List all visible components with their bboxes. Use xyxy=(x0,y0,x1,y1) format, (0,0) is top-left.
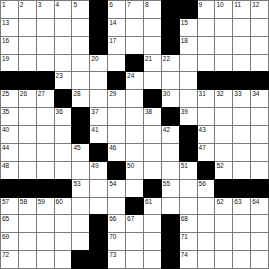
cell-r6c10[interactable]: 30 xyxy=(162,90,179,107)
clue-number-44: 44 xyxy=(2,144,9,151)
cell-r3c15[interactable] xyxy=(251,37,268,54)
cell-r1c1[interactable]: 1 xyxy=(1,1,18,18)
clue-number-55: 55 xyxy=(163,180,170,187)
cell-r1c9[interactable]: 8 xyxy=(144,1,161,18)
clue-number-10: 10 xyxy=(216,1,223,8)
black-square-r5c15 xyxy=(251,72,268,89)
cell-r11c12[interactable]: 56 xyxy=(198,180,215,197)
cell-r7c9[interactable]: 38 xyxy=(144,108,161,125)
clue-number-12: 12 xyxy=(252,1,259,8)
clue-number-28: 28 xyxy=(73,90,80,97)
cell-r13c3[interactable] xyxy=(37,215,54,232)
cell-r9c13[interactable] xyxy=(215,144,232,161)
cell-r3c13[interactable] xyxy=(215,37,232,54)
cell-r3c14[interactable] xyxy=(233,37,250,54)
cell-r7c2[interactable] xyxy=(19,108,36,125)
black-square-r11c9 xyxy=(144,180,161,197)
cell-r4c13[interactable] xyxy=(215,55,232,72)
cell-r4c12[interactable] xyxy=(198,55,215,72)
cell-r8c4[interactable] xyxy=(55,126,72,143)
black-square-r14c10 xyxy=(162,233,179,250)
cell-r14c4[interactable] xyxy=(55,233,72,250)
black-square-r12c8 xyxy=(126,198,143,215)
cell-r15c12[interactable] xyxy=(198,251,215,268)
clue-number-51: 51 xyxy=(181,162,188,169)
cell-r4c2[interactable] xyxy=(19,55,36,72)
clue-number-46: 46 xyxy=(109,144,116,151)
cell-r3c2[interactable] xyxy=(19,37,36,54)
clue-number-32: 32 xyxy=(216,90,223,97)
crossword-grid: 1234567891011121314151617181920212223242… xyxy=(0,0,269,269)
clue-number-26: 26 xyxy=(20,90,27,97)
cell-r9c4[interactable] xyxy=(55,144,72,161)
cell-r15c15[interactable] xyxy=(251,251,268,268)
clue-number-40: 40 xyxy=(2,126,9,133)
cell-r10c4[interactable] xyxy=(55,162,72,179)
cell-r3c3[interactable] xyxy=(37,37,54,54)
cell-r2c9[interactable] xyxy=(144,19,161,36)
clue-number-60: 60 xyxy=(56,198,63,205)
cell-r8c14[interactable] xyxy=(233,126,250,143)
clue-number-31: 31 xyxy=(199,90,206,97)
cell-r12c5[interactable] xyxy=(72,198,89,215)
clue-number-41: 41 xyxy=(91,126,98,133)
cell-r11c6[interactable] xyxy=(90,180,107,197)
cell-r3c4[interactable] xyxy=(55,37,72,54)
cell-r12c15[interactable]: 64 xyxy=(251,198,268,215)
black-square-r11c14 xyxy=(233,180,250,197)
cell-r13c5[interactable] xyxy=(72,215,89,232)
clue-number-21: 21 xyxy=(145,55,152,62)
cell-r3c1[interactable]: 16 xyxy=(1,37,18,54)
cell-r2c5[interactable] xyxy=(72,19,89,36)
cell-r9c7[interactable]: 46 xyxy=(108,144,125,161)
clue-number-61: 61 xyxy=(145,198,152,205)
cell-r13c14[interactable] xyxy=(233,215,250,232)
cell-r9c12[interactable]: 47 xyxy=(198,144,215,161)
cell-r7c15[interactable] xyxy=(251,108,268,125)
black-square-r7c10 xyxy=(162,108,179,125)
cell-r1c5[interactable]: 5 xyxy=(72,1,89,18)
cell-r8c1[interactable]: 40 xyxy=(1,126,18,143)
clue-number-68: 68 xyxy=(181,215,188,222)
cell-r10c9[interactable] xyxy=(144,162,161,179)
cell-r14c13[interactable] xyxy=(215,233,232,250)
cell-r15c7[interactable]: 73 xyxy=(108,251,125,268)
black-square-r15c5 xyxy=(72,251,89,268)
cell-r14c8[interactable] xyxy=(126,233,143,250)
cell-r1c2[interactable]: 2 xyxy=(19,1,36,18)
clue-number-43: 43 xyxy=(199,126,206,133)
cell-r11c11[interactable] xyxy=(180,180,197,197)
cell-r2c11[interactable]: 15 xyxy=(180,19,197,36)
cell-r5c6[interactable] xyxy=(90,72,107,89)
clue-number-57: 57 xyxy=(2,198,9,205)
cell-r3c7[interactable]: 17 xyxy=(108,37,125,54)
cell-r4c4[interactable] xyxy=(55,55,72,72)
cell-r14c12[interactable] xyxy=(198,233,215,250)
cell-r1c8[interactable]: 7 xyxy=(126,1,143,18)
cell-r1c14[interactable]: 11 xyxy=(233,1,250,18)
cell-r5c9[interactable] xyxy=(144,72,161,89)
cell-r5c10[interactable] xyxy=(162,72,179,89)
black-square-r4c8 xyxy=(126,55,143,72)
cell-r4c1[interactable]: 19 xyxy=(1,55,18,72)
cell-r2c13[interactable] xyxy=(215,19,232,36)
cell-r15c13[interactable] xyxy=(215,251,232,268)
black-square-r13c6 xyxy=(90,215,107,232)
cell-r11c10[interactable]: 55 xyxy=(162,180,179,197)
black-square-r11c4 xyxy=(55,180,72,197)
black-square-r1c10 xyxy=(162,1,179,18)
cell-r10c10[interactable] xyxy=(162,162,179,179)
cell-r8c8[interactable] xyxy=(126,126,143,143)
cell-r8c3[interactable] xyxy=(37,126,54,143)
cell-r14c3[interactable] xyxy=(37,233,54,250)
cell-r6c13[interactable]: 32 xyxy=(215,90,232,107)
cell-r7c12[interactable] xyxy=(198,108,215,125)
cell-r4c7[interactable] xyxy=(108,55,125,72)
clue-number-27: 27 xyxy=(38,90,45,97)
cell-r13c4[interactable] xyxy=(55,215,72,232)
cell-r6c6[interactable] xyxy=(90,90,107,107)
cell-r13c15[interactable] xyxy=(251,215,268,232)
cell-r14c5[interactable] xyxy=(72,233,89,250)
cell-r8c9[interactable] xyxy=(144,126,161,143)
black-square-r7c5 xyxy=(72,108,89,125)
cell-r9c1[interactable]: 44 xyxy=(1,144,18,161)
cell-r14c15[interactable] xyxy=(251,233,268,250)
cell-r3c12[interactable] xyxy=(198,37,215,54)
clue-number-48: 48 xyxy=(2,162,9,169)
clue-number-64: 64 xyxy=(252,198,259,205)
cell-r6c7[interactable]: 29 xyxy=(108,90,125,107)
cell-r13c9[interactable] xyxy=(144,215,161,232)
cell-r2c12[interactable] xyxy=(198,19,215,36)
cell-r3c9[interactable] xyxy=(144,37,161,54)
cell-r5c4[interactable]: 23 xyxy=(55,72,72,89)
cell-r8c12[interactable]: 43 xyxy=(198,126,215,143)
clue-number-7: 7 xyxy=(127,1,131,8)
black-square-r1c6 xyxy=(90,1,107,18)
cell-r12c13[interactable]: 62 xyxy=(215,198,232,215)
clue-number-54: 54 xyxy=(109,180,116,187)
black-square-r8c11 xyxy=(180,126,197,143)
clue-number-33: 33 xyxy=(234,90,241,97)
black-square-r5c2 xyxy=(19,72,36,89)
clue-number-53: 53 xyxy=(73,180,80,187)
cell-r13c2[interactable] xyxy=(19,215,36,232)
clue-number-16: 16 xyxy=(2,37,9,44)
cell-r2c7[interactable]: 14 xyxy=(108,19,125,36)
cell-r15c14[interactable] xyxy=(233,251,250,268)
cell-r8c15[interactable] xyxy=(251,126,268,143)
clue-number-19: 19 xyxy=(2,55,9,62)
black-square-r2c6 xyxy=(90,19,107,36)
cell-r15c2[interactable] xyxy=(19,251,36,268)
cell-r6c14[interactable]: 33 xyxy=(233,90,250,107)
clue-number-14: 14 xyxy=(109,19,116,26)
cell-r14c14[interactable] xyxy=(233,233,250,250)
clue-number-73: 73 xyxy=(109,251,116,258)
cell-r9c5[interactable]: 45 xyxy=(72,144,89,161)
cell-r2c14[interactable] xyxy=(233,19,250,36)
clue-number-36: 36 xyxy=(56,108,63,115)
cell-r4c5[interactable] xyxy=(72,55,89,72)
black-square-r15c6 xyxy=(90,251,107,268)
clue-number-18: 18 xyxy=(181,37,188,44)
cell-r14c11[interactable]: 71 xyxy=(180,233,197,250)
cell-r1c13[interactable]: 10 xyxy=(215,1,232,18)
cell-r12c6[interactable] xyxy=(90,198,107,215)
clue-number-59: 59 xyxy=(38,198,45,205)
cell-r12c2[interactable]: 58 xyxy=(19,198,36,215)
clue-number-35: 35 xyxy=(2,108,9,115)
cell-r6c2[interactable]: 26 xyxy=(19,90,36,107)
clue-number-5: 5 xyxy=(73,1,77,8)
cell-r12c11[interactable] xyxy=(180,198,197,215)
black-square-r6c4 xyxy=(55,90,72,107)
cell-r7c1[interactable]: 35 xyxy=(1,108,18,125)
clue-number-29: 29 xyxy=(109,90,116,97)
cell-r10c6[interactable]: 49 xyxy=(90,162,107,179)
black-square-r5c13 xyxy=(215,72,232,89)
cell-r1c7[interactable]: 6 xyxy=(108,1,125,18)
black-square-r15c10 xyxy=(162,251,179,268)
black-square-r10c7 xyxy=(108,162,125,179)
clue-number-6: 6 xyxy=(109,1,113,8)
clue-number-62: 62 xyxy=(216,198,223,205)
cell-r7c8[interactable] xyxy=(126,108,143,125)
cell-r7c7[interactable] xyxy=(108,108,125,125)
clue-number-45: 45 xyxy=(73,144,80,151)
black-square-r5c14 xyxy=(233,72,250,89)
cell-r3c5[interactable] xyxy=(72,37,89,54)
clue-number-66: 66 xyxy=(109,215,116,222)
clue-number-67: 67 xyxy=(127,215,134,222)
black-square-r11c15 xyxy=(251,180,268,197)
cell-r1c4[interactable]: 4 xyxy=(55,1,72,18)
cell-r10c2[interactable] xyxy=(19,162,36,179)
cell-r13c11[interactable]: 68 xyxy=(180,215,197,232)
clue-number-15: 15 xyxy=(181,19,188,26)
cell-r14c9[interactable] xyxy=(144,233,161,250)
black-square-r3c10 xyxy=(162,37,179,54)
clue-number-30: 30 xyxy=(163,90,170,97)
black-square-r9c11 xyxy=(180,144,197,161)
black-square-r5c12 xyxy=(198,72,215,89)
clue-number-13: 13 xyxy=(2,19,9,26)
black-square-r9c6 xyxy=(90,144,107,161)
cell-r12c4[interactable]: 60 xyxy=(55,198,72,215)
cell-r9c14[interactable] xyxy=(233,144,250,161)
clue-number-63: 63 xyxy=(234,198,241,205)
cell-r6c12[interactable]: 31 xyxy=(198,90,215,107)
cell-r8c13[interactable] xyxy=(215,126,232,143)
cell-r4c11[interactable] xyxy=(180,55,197,72)
clue-number-50: 50 xyxy=(127,162,134,169)
clue-number-42: 42 xyxy=(163,126,170,133)
cell-r12c7[interactable] xyxy=(108,198,125,215)
clue-number-25: 25 xyxy=(2,90,9,97)
cell-r7c13[interactable] xyxy=(215,108,232,125)
black-square-r3c6 xyxy=(90,37,107,54)
clue-number-70: 70 xyxy=(109,233,116,240)
cell-r15c9[interactable] xyxy=(144,251,161,268)
cell-r9c3[interactable] xyxy=(37,144,54,161)
cell-r13c7[interactable]: 66 xyxy=(108,215,125,232)
cell-r10c1[interactable]: 48 xyxy=(1,162,18,179)
cell-r12c12[interactable] xyxy=(198,198,215,215)
black-square-r8c5 xyxy=(72,126,89,143)
cell-r4c10[interactable]: 22 xyxy=(162,55,179,72)
cell-r10c5[interactable] xyxy=(72,162,89,179)
cell-r14c2[interactable] xyxy=(19,233,36,250)
clue-number-23: 23 xyxy=(56,72,63,79)
clue-number-17: 17 xyxy=(109,37,116,44)
cell-r11c7[interactable]: 54 xyxy=(108,180,125,197)
cell-r6c3[interactable]: 27 xyxy=(37,90,54,107)
cell-r2c15[interactable] xyxy=(251,19,268,36)
cell-r14c1[interactable]: 69 xyxy=(1,233,18,250)
cell-r14c7[interactable]: 70 xyxy=(108,233,125,250)
clue-number-8: 8 xyxy=(145,1,149,8)
cell-r4c14[interactable] xyxy=(233,55,250,72)
cell-r10c15[interactable] xyxy=(251,162,268,179)
clue-number-69: 69 xyxy=(2,233,9,240)
cell-r10c8[interactable]: 50 xyxy=(126,162,143,179)
cell-r10c14[interactable] xyxy=(233,162,250,179)
cell-r9c15[interactable] xyxy=(251,144,268,161)
cell-r2c3[interactable] xyxy=(37,19,54,36)
black-square-r5c3 xyxy=(37,72,54,89)
black-square-r11c2 xyxy=(19,180,36,197)
cell-r5c11[interactable] xyxy=(180,72,197,89)
clue-number-2: 2 xyxy=(20,1,24,8)
cell-r6c5[interactable]: 28 xyxy=(72,90,89,107)
cell-r10c3[interactable] xyxy=(37,162,54,179)
black-square-r11c13 xyxy=(215,180,232,197)
clue-number-74: 74 xyxy=(181,251,188,258)
black-square-r11c3 xyxy=(37,180,54,197)
cell-r9c8[interactable] xyxy=(126,144,143,161)
cell-r7c3[interactable] xyxy=(37,108,54,125)
cell-r4c6[interactable]: 20 xyxy=(90,55,107,72)
clue-number-3: 3 xyxy=(38,1,42,8)
cell-r7c11[interactable]: 39 xyxy=(180,108,197,125)
cell-r6c15[interactable]: 34 xyxy=(251,90,268,107)
cell-r15c8[interactable] xyxy=(126,251,143,268)
cell-r2c2[interactable] xyxy=(19,19,36,36)
cell-r2c4[interactable] xyxy=(55,19,72,36)
clue-number-47: 47 xyxy=(199,144,206,151)
black-square-r5c1 xyxy=(1,72,18,89)
cell-r5c8[interactable]: 24 xyxy=(126,72,143,89)
clue-number-72: 72 xyxy=(2,251,9,258)
black-square-r2c10 xyxy=(162,19,179,36)
cell-r3c11[interactable]: 18 xyxy=(180,37,197,54)
clue-number-49: 49 xyxy=(91,162,98,169)
clue-number-1: 1 xyxy=(2,1,6,8)
cell-r15c1[interactable]: 72 xyxy=(1,251,18,268)
cell-r7c14[interactable] xyxy=(233,108,250,125)
clue-number-22: 22 xyxy=(163,55,170,62)
cell-r8c7[interactable] xyxy=(108,126,125,143)
clue-number-38: 38 xyxy=(145,108,152,115)
black-square-r6c9 xyxy=(144,90,161,107)
cell-r10c13[interactable]: 52 xyxy=(215,162,232,179)
cell-r13c8[interactable]: 67 xyxy=(126,215,143,232)
cell-r2c8[interactable] xyxy=(126,19,143,36)
cell-r9c9[interactable] xyxy=(144,144,161,161)
clue-number-39: 39 xyxy=(181,108,188,115)
cell-r12c1[interactable]: 57 xyxy=(1,198,18,215)
cell-r6c1[interactable]: 25 xyxy=(1,90,18,107)
cell-r13c13[interactable] xyxy=(215,215,232,232)
cell-r11c8[interactable] xyxy=(126,180,143,197)
cell-r6c11[interactable] xyxy=(180,90,197,107)
clue-number-9: 9 xyxy=(199,1,203,8)
cell-r9c10[interactable] xyxy=(162,144,179,161)
clue-number-11: 11 xyxy=(234,1,241,8)
clue-number-24: 24 xyxy=(127,72,134,79)
clue-number-4: 4 xyxy=(56,1,60,8)
clue-number-52: 52 xyxy=(216,162,223,169)
black-square-r10c12 xyxy=(198,162,215,179)
cell-r6c8[interactable] xyxy=(126,90,143,107)
clue-number-58: 58 xyxy=(20,198,27,205)
cell-r1c12[interactable]: 9 xyxy=(198,1,215,18)
cell-r13c12[interactable] xyxy=(198,215,215,232)
cell-r9c2[interactable] xyxy=(19,144,36,161)
cell-r7c6[interactable]: 37 xyxy=(90,108,107,125)
cell-r10c11[interactable]: 51 xyxy=(180,162,197,179)
cell-r8c6[interactable]: 41 xyxy=(90,126,107,143)
black-square-r14c6 xyxy=(90,233,107,250)
clue-number-34: 34 xyxy=(252,90,259,97)
cell-r4c15[interactable] xyxy=(251,55,268,72)
cell-r2c1[interactable]: 13 xyxy=(1,19,18,36)
clue-number-65: 65 xyxy=(2,215,9,222)
clue-number-20: 20 xyxy=(91,55,98,62)
cell-r15c11[interactable]: 74 xyxy=(180,251,197,268)
cell-r4c3[interactable] xyxy=(37,55,54,72)
cell-r15c3[interactable] xyxy=(37,251,54,268)
black-square-r11c1 xyxy=(1,180,18,197)
cell-r12c14[interactable]: 63 xyxy=(233,198,250,215)
cell-r15c4[interactable] xyxy=(55,251,72,268)
cell-r8c2[interactable] xyxy=(19,126,36,143)
clue-number-37: 37 xyxy=(91,108,98,115)
cell-r4c9[interactable]: 21 xyxy=(144,55,161,72)
black-square-r13c10 xyxy=(162,215,179,232)
cell-r1c15[interactable]: 12 xyxy=(251,1,268,18)
cell-r11c5[interactable]: 53 xyxy=(72,180,89,197)
cell-r12c10[interactable] xyxy=(162,198,179,215)
cell-r3c8[interactable] xyxy=(126,37,143,54)
black-square-r1c11 xyxy=(180,1,197,18)
cell-r13c1[interactable]: 65 xyxy=(1,215,18,232)
cell-r5c5[interactable] xyxy=(72,72,89,89)
cell-r12c3[interactable]: 59 xyxy=(37,198,54,215)
cell-r1c3[interactable]: 3 xyxy=(37,1,54,18)
cell-r12c9[interactable]: 61 xyxy=(144,198,161,215)
clue-number-56: 56 xyxy=(199,180,206,187)
cell-r8c10[interactable]: 42 xyxy=(162,126,179,143)
black-square-r5c7 xyxy=(108,72,125,89)
cell-r7c4[interactable]: 36 xyxy=(55,108,72,125)
clue-number-71: 71 xyxy=(181,233,188,240)
